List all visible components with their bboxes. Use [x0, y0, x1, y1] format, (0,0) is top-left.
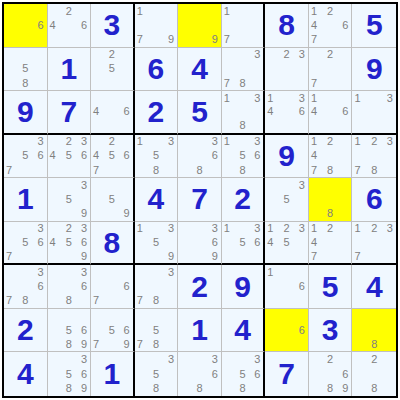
candidate-slot-5: 5: [18, 62, 32, 76]
candidate-slot-6: [163, 236, 177, 250]
candidate-slot-5: [323, 105, 337, 119]
cell-r8c5[interactable]: 1: [178, 309, 222, 353]
cell-value: 2: [4, 309, 47, 352]
candidate-slot-3: 3: [249, 91, 263, 105]
cell-r6c5[interactable]: 369: [178, 222, 222, 266]
candidates-grid: 378: [135, 265, 178, 308]
cell-r8c3[interactable]: 5679: [91, 309, 135, 353]
cell-r5c8[interactable]: 8: [309, 178, 353, 222]
candidate-slot-5: [280, 280, 294, 294]
candidate-slot-5: [367, 367, 382, 382]
candidate-slot-5: [149, 280, 163, 294]
cell-r2c2[interactable]: 1: [48, 48, 92, 92]
candidate-slot-9: [249, 163, 263, 177]
cell-r8c8[interactable]: 3: [309, 309, 353, 353]
candidate-slot-9: [249, 76, 263, 90]
candidate-slot-3: 3: [76, 222, 90, 236]
candidates-grid: 234569: [48, 222, 91, 264]
cell-value: 9: [352, 48, 396, 91]
cell-value: 4: [4, 352, 47, 396]
cell-r6c3[interactable]: 8: [91, 222, 135, 266]
candidate-slot-1: [48, 135, 62, 149]
candidate-slot-3: 3: [207, 222, 221, 236]
cell-r6c9[interactable]: 1237: [352, 222, 396, 266]
candidate-slot-6: 6: [76, 323, 90, 337]
candidate-slot-7: [178, 163, 192, 177]
candidate-slot-1: [48, 265, 62, 279]
candidate-slot-4: [352, 323, 367, 337]
candidates-grid: 6: [4, 4, 47, 47]
cell-r6c8[interactable]: 1247: [309, 222, 353, 266]
cell-r7c1[interactable]: 3678: [4, 265, 48, 309]
candidate-slot-7: [135, 249, 149, 263]
cell-r4c3[interactable]: 24567: [91, 135, 135, 179]
cell-value: 1: [4, 178, 47, 221]
candidate-slot-1: [91, 91, 105, 105]
candidate-slot-6: 6: [249, 149, 263, 163]
candidate-slot-1: 1: [222, 135, 236, 149]
cell-r4c2[interactable]: 23456: [48, 135, 92, 179]
candidate-slot-2: [105, 178, 119, 192]
candidate-slot-7: [265, 207, 279, 221]
candidate-slot-6: [76, 192, 90, 206]
cell-r2c9[interactable]: 9: [352, 48, 396, 92]
candidate-slot-2: [18, 135, 32, 149]
candidate-slot-7: [309, 381, 323, 396]
cell-r6c7[interactable]: 12345: [265, 222, 309, 266]
cell-r7c3[interactable]: 67: [91, 265, 135, 309]
candidate-slot-3: [163, 309, 177, 323]
candidate-slot-5: 5: [62, 367, 76, 382]
candidate-slot-1: [48, 222, 62, 236]
cell-value: 6: [352, 178, 396, 221]
candidate-slot-5: 5: [105, 323, 119, 337]
cell-r2c4[interactable]: 6: [135, 48, 179, 92]
candidate-slot-5: 5: [149, 323, 163, 337]
cell-r1c7[interactable]: 8: [265, 4, 309, 48]
candidate-slot-3: [294, 309, 308, 323]
cell-r7c8[interactable]: 5: [309, 265, 353, 309]
cell-r4c6[interactable]: 13568: [222, 135, 266, 179]
cell-r4c9[interactable]: 12378: [352, 135, 396, 179]
cell-r3c4[interactable]: 2: [135, 91, 179, 135]
candidate-slot-7: [48, 207, 62, 221]
candidate-slot-1: 1: [222, 222, 236, 236]
candidate-slot-9: 9: [76, 381, 90, 396]
cell-value: 1: [91, 352, 133, 396]
candidate-slot-2: [192, 352, 206, 367]
cell-r9c7[interactable]: 7: [265, 352, 309, 396]
candidate-slot-3: [337, 178, 351, 192]
cell-r5c1[interactable]: 1: [4, 178, 48, 222]
candidate-slot-6: [337, 149, 351, 163]
candidate-slot-8: 8: [323, 207, 337, 221]
cell-r3c6[interactable]: 138: [222, 91, 266, 135]
cell-r1c8[interactable]: 12467: [309, 4, 353, 48]
candidate-slot-7: [135, 381, 149, 396]
candidate-slot-1: 1: [222, 91, 236, 105]
cell-r5c6[interactable]: 2: [222, 178, 266, 222]
cell-r1c5[interactable]: 9: [178, 4, 222, 48]
cell-r3c1[interactable]: 9: [4, 91, 48, 135]
candidate-slot-3: 3: [163, 222, 177, 236]
candidate-slot-4: 4: [48, 18, 62, 32]
cell-r1c1[interactable]: 6: [4, 4, 48, 48]
candidate-slot-7: [91, 207, 105, 221]
candidate-slot-5: [367, 236, 382, 250]
candidate-slot-4: [265, 62, 279, 76]
candidate-slot-6: [163, 280, 177, 294]
candidate-slot-7: 7: [309, 76, 323, 90]
cell-r6c2[interactable]: 234569: [48, 222, 92, 266]
candidate-slot-1: [135, 352, 149, 367]
candidate-slot-4: [222, 105, 236, 119]
candidate-slot-2: [323, 178, 337, 192]
cell-r8c6[interactable]: 4: [222, 309, 266, 353]
candidate-slot-5: [236, 62, 250, 76]
candidate-slot-7: [309, 207, 323, 221]
cell-r5c5[interactable]: 7: [178, 178, 222, 222]
cell-r8c7[interactable]: 6: [265, 309, 309, 353]
candidate-slot-1: [309, 48, 323, 62]
candidate-slot-1: [91, 265, 105, 279]
candidate-slot-2: 2: [367, 352, 382, 367]
cell-r1c9[interactable]: 5: [352, 4, 396, 48]
candidate-slot-1: [178, 352, 192, 367]
candidate-slot-2: [105, 265, 119, 279]
candidate-slot-5: 5: [105, 149, 119, 163]
candidate-slot-4: [91, 280, 105, 294]
candidate-slot-5: 5: [62, 149, 76, 163]
candidate-slot-8: [280, 119, 294, 133]
cell-r1c4[interactable]: 179: [135, 4, 179, 48]
candidate-slot-2: [18, 48, 32, 62]
candidate-slot-5: [323, 236, 337, 250]
candidate-slot-2: [149, 222, 163, 236]
candidate-slot-4: [4, 149, 18, 163]
cell-r7c5[interactable]: 2: [178, 265, 222, 309]
candidate-slot-2: [236, 4, 250, 18]
cell-r6c1[interactable]: 3567: [4, 222, 48, 266]
cell-r9c8[interactable]: 2689: [309, 352, 353, 396]
candidate-slot-6: [294, 236, 308, 250]
candidates-grid: 25: [91, 48, 133, 91]
candidate-slot-6: 6: [76, 280, 90, 294]
cell-r8c1[interactable]: 2: [4, 309, 48, 353]
candidate-slot-3: 3: [163, 352, 177, 367]
candidate-slot-2: 2: [323, 135, 337, 149]
candidate-slot-5: [280, 105, 294, 119]
candidate-slot-2: [105, 309, 119, 323]
candidate-slot-5: [367, 149, 382, 163]
candidate-slot-9: [207, 163, 221, 177]
candidates-grid: 1358: [135, 135, 178, 178]
cell-r2c6[interactable]: 378: [222, 48, 266, 92]
cell-r2c7[interactable]: 23: [265, 48, 309, 92]
candidate-slot-7: [48, 32, 62, 46]
cell-r2c3[interactable]: 25: [91, 48, 135, 92]
candidate-slot-9: [207, 381, 221, 396]
candidate-slot-8: [323, 119, 337, 133]
cell-r5c4[interactable]: 4: [135, 178, 179, 222]
candidate-slot-9: [76, 163, 90, 177]
cell-r8c9[interactable]: 8: [352, 309, 396, 353]
candidate-slot-4: [222, 18, 236, 32]
candidate-slot-7: 7: [135, 32, 149, 46]
candidate-slot-9: [337, 76, 351, 90]
candidates-grid: 6: [265, 309, 308, 352]
candidate-slot-9: [32, 249, 46, 263]
candidates-grid: 378: [222, 48, 264, 91]
candidate-slot-3: [337, 135, 351, 149]
cell-r9c5[interactable]: 368: [178, 352, 222, 396]
candidate-slot-8: 8: [62, 381, 76, 396]
cell-r8c4[interactable]: 578: [135, 309, 179, 353]
cell-r9c6[interactable]: 3568: [222, 352, 266, 396]
candidate-slot-5: [192, 236, 206, 250]
candidate-slot-9: 9: [119, 207, 133, 221]
candidate-slot-7: [48, 249, 62, 263]
candidate-slot-6: 6: [337, 18, 351, 32]
candidate-slot-1: [4, 48, 18, 62]
candidate-slot-6: 6: [337, 367, 351, 382]
candidate-slot-3: 3: [163, 265, 177, 279]
candidate-slot-5: [323, 192, 337, 206]
candidate-slot-5: [280, 62, 294, 76]
candidate-slot-9: [294, 294, 308, 308]
candidates-grid: 138: [222, 91, 264, 133]
candidate-slot-7: [91, 119, 105, 133]
cell-value: 7: [178, 178, 221, 221]
candidate-slot-9: 9: [207, 249, 221, 263]
candidate-slot-3: [207, 4, 221, 18]
cell-value: 2: [222, 178, 264, 221]
cell-r3c7[interactable]: 1346: [265, 91, 309, 135]
cell-r3c3[interactable]: 46: [91, 91, 135, 135]
candidate-slot-8: [105, 294, 119, 308]
candidates-grid: 1346: [265, 91, 308, 133]
candidate-slot-3: [337, 352, 351, 367]
candidate-slot-7: [4, 32, 18, 46]
cell-r3c5[interactable]: 5: [178, 91, 222, 135]
candidate-slot-4: [265, 323, 279, 337]
sudoku-board: 6246317991781246755812564378232799746251…: [2, 2, 398, 398]
candidate-slot-6: [337, 192, 351, 206]
candidate-slot-5: [323, 149, 337, 163]
candidate-slot-1: [48, 352, 62, 367]
candidate-slot-8: [105, 337, 119, 351]
candidate-slot-6: 6: [249, 367, 263, 382]
candidate-slot-2: [280, 309, 294, 323]
candidate-slot-6: [207, 18, 221, 32]
cell-r4c8[interactable]: 12478: [309, 135, 353, 179]
cell-r6c6[interactable]: 1356: [222, 222, 266, 266]
candidates-grid: 146: [309, 91, 352, 133]
cell-r7c9[interactable]: 4: [352, 265, 396, 309]
candidate-slot-4: 4: [91, 105, 105, 119]
candidate-slot-9: 9: [337, 381, 351, 396]
candidate-slot-1: 1: [222, 4, 236, 18]
candidate-slot-3: 3: [207, 352, 221, 367]
candidate-slot-3: 3: [294, 178, 308, 192]
cell-value: 1: [178, 309, 221, 352]
candidate-slot-3: [294, 265, 308, 279]
candidates-grid: 12467: [309, 4, 352, 47]
candidates-grid: 8: [309, 178, 352, 221]
cell-value: 4: [352, 265, 396, 308]
cell-value: 3: [91, 4, 133, 47]
candidate-slot-6: 6: [32, 236, 46, 250]
cell-r1c2[interactable]: 246: [48, 4, 92, 48]
candidates-grid: 1237: [352, 222, 396, 264]
candidate-slot-6: 6: [207, 236, 221, 250]
candidate-slot-7: [352, 119, 367, 133]
candidate-slot-8: 8: [149, 381, 163, 396]
candidate-slot-4: [48, 280, 62, 294]
cell-r5c2[interactable]: 359: [48, 178, 92, 222]
cell-r5c3[interactable]: 59: [91, 178, 135, 222]
cell-r9c1[interactable]: 4: [4, 352, 48, 396]
candidate-slot-3: 3: [249, 352, 263, 367]
candidate-slot-1: [48, 309, 62, 323]
candidate-slot-2: [367, 91, 382, 105]
cell-r7c4[interactable]: 378: [135, 265, 179, 309]
candidates-grid: 1356: [222, 222, 264, 264]
candidate-slot-4: [222, 62, 236, 76]
candidate-slot-2: [236, 48, 250, 62]
cell-r1c6[interactable]: 17: [222, 4, 266, 48]
candidates-grid: 27: [309, 48, 352, 91]
cell-r9c4[interactable]: 358: [135, 352, 179, 396]
cell-r2c1[interactable]: 58: [4, 48, 48, 92]
candidate-slot-1: [309, 178, 323, 192]
candidate-slot-3: [119, 178, 133, 192]
candidate-slot-3: [76, 4, 90, 18]
candidate-slot-3: [32, 48, 46, 62]
candidate-slot-4: 4: [265, 236, 279, 250]
candidate-slot-6: [294, 192, 308, 206]
candidate-slot-8: [236, 32, 250, 46]
candidate-slot-6: [32, 62, 46, 76]
candidate-slot-7: [178, 381, 192, 396]
candidate-slot-9: 9: [163, 249, 177, 263]
candidate-slot-9: [32, 294, 46, 308]
candidate-slot-3: 3: [381, 222, 396, 236]
candidate-slot-9: 9: [76, 249, 90, 263]
candidates-grid: 46: [91, 91, 133, 133]
candidate-slot-2: 2: [62, 4, 76, 18]
candidate-slot-8: 8: [367, 381, 382, 396]
candidates-grid: 59: [91, 178, 133, 221]
candidate-slot-4: [309, 62, 323, 76]
candidate-slot-8: 8: [18, 294, 32, 308]
cell-r7c6[interactable]: 9: [222, 265, 266, 309]
candidate-slot-1: 1: [265, 265, 279, 279]
candidate-slot-1: [4, 4, 18, 18]
candidate-slot-5: [236, 18, 250, 32]
candidate-slot-9: [249, 249, 263, 263]
cell-value: 2: [178, 265, 221, 308]
candidate-slot-2: [280, 178, 294, 192]
cell-r9c9[interactable]: 28: [352, 352, 396, 396]
candidate-slot-2: [149, 265, 163, 279]
cell-r3c8[interactable]: 146: [309, 91, 353, 135]
cell-r4c7[interactable]: 9: [265, 135, 309, 179]
cell-r6c4[interactable]: 1359: [135, 222, 179, 266]
candidate-slot-3: [119, 48, 133, 62]
candidate-slot-2: [149, 135, 163, 149]
candidate-slot-2: [149, 309, 163, 323]
cell-r7c7[interactable]: 16: [265, 265, 309, 309]
cell-r2c5[interactable]: 4: [178, 48, 222, 92]
candidate-slot-8: 8: [236, 163, 250, 177]
cell-r9c2[interactable]: 35689: [48, 352, 92, 396]
candidate-slot-3: [337, 4, 351, 18]
candidate-slot-6: 6: [337, 105, 351, 119]
candidate-slot-2: [192, 4, 206, 18]
candidate-slot-5: [323, 62, 337, 76]
candidate-slot-8: [105, 163, 119, 177]
candidate-slot-6: [249, 62, 263, 76]
candidate-slot-9: [294, 337, 308, 351]
cell-r5c7[interactable]: 35: [265, 178, 309, 222]
cell-r3c2[interactable]: 7: [48, 91, 92, 135]
candidate-slot-5: 5: [149, 236, 163, 250]
candidate-slot-8: 8: [236, 76, 250, 90]
cell-r1c3[interactable]: 3: [91, 4, 135, 48]
candidate-slot-9: [32, 76, 46, 90]
candidate-slot-2: 2: [367, 135, 382, 149]
candidate-slot-9: [294, 207, 308, 221]
cell-r4c4[interactable]: 1358: [135, 135, 179, 179]
cell-value: 5: [352, 4, 396, 47]
candidates-grid: 368: [178, 352, 221, 396]
candidate-slot-2: [236, 352, 250, 367]
candidate-slot-4: 4: [48, 236, 62, 250]
candidate-slot-1: 1: [352, 91, 367, 105]
candidate-slot-7: 7: [4, 294, 18, 308]
candidate-slot-4: [135, 280, 149, 294]
candidates-grid: 1247: [309, 222, 352, 264]
candidate-slot-1: [352, 309, 367, 323]
candidate-slot-7: [222, 381, 236, 396]
candidate-slot-2: 2: [280, 48, 294, 62]
candidate-slot-9: [119, 163, 133, 177]
cell-r9c3[interactable]: 1: [91, 352, 135, 396]
cell-r2c8[interactable]: 27: [309, 48, 353, 92]
candidate-slot-2: [18, 265, 32, 279]
cell-r8c2[interactable]: 5689: [48, 309, 92, 353]
candidate-slot-3: 3: [76, 352, 90, 367]
candidate-slot-8: 8: [18, 76, 32, 90]
cell-r7c2[interactable]: 368: [48, 265, 92, 309]
candidate-slot-9: [76, 32, 90, 46]
candidate-slot-3: 3: [32, 265, 46, 279]
cell-r4c5[interactable]: 368: [178, 135, 222, 179]
candidate-slot-9: [163, 337, 177, 351]
cell-r5c9[interactable]: 6: [352, 178, 396, 222]
candidates-grid: 578: [135, 309, 178, 352]
candidate-slot-8: [192, 249, 206, 263]
candidate-slot-9: [249, 32, 263, 46]
candidate-slot-7: [352, 337, 367, 351]
cell-r4c1[interactable]: 3567: [4, 135, 48, 179]
candidate-slot-9: [294, 119, 308, 133]
cell-value: 6: [135, 48, 178, 91]
candidate-slot-2: 2: [323, 48, 337, 62]
cell-value: 9: [4, 91, 47, 133]
cell-r3c9[interactable]: 13: [352, 91, 396, 135]
